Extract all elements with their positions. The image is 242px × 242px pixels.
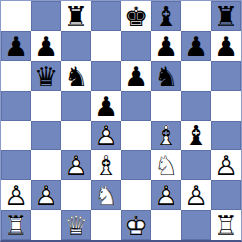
- white-queen-glyph-fill: ♛: [61, 212, 91, 239]
- piece-black-queen[interactable]: ♛: [31, 61, 61, 91]
- square-h6[interactable]: [211, 61, 241, 91]
- square-c6[interactable]: ♞: [61, 61, 91, 91]
- black-pawn-glyph: ♟: [91, 92, 121, 119]
- piece-white-pawn[interactable]: ♟♙: [91, 121, 121, 151]
- white-pawn-glyph-fill: ♟: [31, 182, 61, 209]
- square-h2[interactable]: [211, 180, 241, 210]
- piece-black-rook[interactable]: ♜: [61, 1, 91, 31]
- square-h4[interactable]: [211, 121, 241, 151]
- square-a6[interactable]: [1, 61, 31, 91]
- square-d2[interactable]: ♞♘: [91, 180, 121, 210]
- white-knight-glyph-fill: ♞: [91, 182, 121, 209]
- piece-black-pawn[interactable]: ♟: [211, 31, 241, 61]
- square-h1[interactable]: ♜♖: [211, 210, 241, 240]
- piece-black-king[interactable]: ♚: [121, 1, 151, 31]
- square-d1[interactable]: [91, 210, 121, 240]
- white-pawn-glyph-fill: ♟: [211, 152, 241, 179]
- square-c4[interactable]: [61, 121, 91, 151]
- black-rook-glyph: ♜: [61, 2, 91, 29]
- square-f7[interactable]: ♟: [151, 31, 181, 61]
- black-pawn-glyph: ♟: [1, 32, 31, 59]
- square-c2[interactable]: [61, 180, 91, 210]
- black-queen-glyph: ♛: [31, 62, 61, 89]
- square-b1[interactable]: [31, 210, 61, 240]
- square-b3[interactable]: [31, 150, 61, 180]
- square-e6[interactable]: ♟: [121, 61, 151, 91]
- black-pawn-glyph: ♟: [121, 62, 151, 89]
- square-a2[interactable]: ♟♙: [1, 180, 31, 210]
- piece-black-knight[interactable]: ♞: [151, 61, 181, 91]
- square-f2[interactable]: ♟♙: [151, 180, 181, 210]
- black-pawn-glyph: ♟: [31, 32, 61, 59]
- black-rook-glyph: ♜: [211, 2, 241, 29]
- square-c8[interactable]: ♜: [61, 1, 91, 31]
- white-rook-glyph-outline: ♖: [211, 212, 241, 239]
- white-king-glyph-outline: ♔: [121, 212, 151, 239]
- square-e2[interactable]: [121, 180, 151, 210]
- square-b2[interactable]: ♟♙: [31, 180, 61, 210]
- piece-black-knight[interactable]: ♞: [61, 61, 91, 91]
- square-g8[interactable]: [181, 1, 211, 31]
- piece-white-pawn[interactable]: ♟♙: [211, 150, 241, 180]
- square-f8[interactable]: ♝: [151, 1, 181, 31]
- square-d8[interactable]: [91, 1, 121, 31]
- black-pawn-glyph: ♟: [211, 32, 241, 59]
- square-a3[interactable]: [1, 150, 31, 180]
- square-d4[interactable]: ♟♙: [91, 121, 121, 151]
- white-pawn-glyph-outline: ♙: [211, 152, 241, 179]
- square-h5[interactable]: [211, 91, 241, 121]
- piece-black-pawn[interactable]: ♟: [1, 31, 31, 61]
- square-e7[interactable]: [121, 31, 151, 61]
- square-f6[interactable]: ♞: [151, 61, 181, 91]
- piece-white-pawn[interactable]: ♟♙: [31, 180, 61, 210]
- white-pawn-glyph-fill: ♟: [181, 182, 211, 209]
- square-e8[interactable]: ♚: [121, 1, 151, 31]
- white-king-glyph-fill: ♚: [121, 212, 151, 239]
- chess-board: ♜♚♝♜♟♟♟♟♟♛♞♟♞♟♟♙♝♗♝♟♙♝♗♞♘♟♙♟♙♟♙♞♘♟♙♟♙♜♖♛…: [0, 0, 242, 242]
- white-knight-glyph-outline: ♘: [151, 152, 181, 179]
- white-pawn-glyph-fill: ♟: [1, 182, 31, 209]
- square-a4[interactable]: [1, 121, 31, 151]
- square-a1[interactable]: ♜♖: [1, 210, 31, 240]
- white-pawn-glyph-fill: ♟: [91, 122, 121, 149]
- square-g7[interactable]: ♟: [181, 31, 211, 61]
- square-c1[interactable]: ♛♕: [61, 210, 91, 240]
- black-pawn-glyph: ♟: [181, 32, 211, 59]
- piece-white-pawn[interactable]: ♟♙: [61, 150, 91, 180]
- square-g3[interactable]: [181, 150, 211, 180]
- square-b4[interactable]: [31, 121, 61, 151]
- black-pawn-glyph: ♟: [151, 32, 181, 59]
- chess-board-container: ♜♚♝♜♟♟♟♟♟♛♞♟♞♟♟♙♝♗♝♟♙♝♗♞♘♟♙♟♙♟♙♞♘♟♙♟♙♜♖♛…: [0, 0, 242, 242]
- white-queen-glyph-outline: ♕: [61, 212, 91, 239]
- square-f4[interactable]: ♝♗: [151, 121, 181, 151]
- piece-black-pawn[interactable]: ♟: [181, 31, 211, 61]
- square-h7[interactable]: ♟: [211, 31, 241, 61]
- white-pawn-glyph-fill: ♟: [151, 182, 181, 209]
- square-d5[interactable]: ♟: [91, 91, 121, 121]
- piece-black-bishop[interactable]: ♝: [181, 121, 211, 151]
- black-bishop-glyph: ♝: [181, 122, 211, 149]
- square-a7[interactable]: ♟: [1, 31, 31, 61]
- square-g1[interactable]: [181, 210, 211, 240]
- square-b6[interactable]: ♛: [31, 61, 61, 91]
- square-b7[interactable]: ♟: [31, 31, 61, 61]
- white-bishop-glyph-outline: ♗: [91, 152, 121, 179]
- white-pawn-glyph-outline: ♙: [151, 182, 181, 209]
- piece-black-bishop[interactable]: ♝: [151, 1, 181, 31]
- square-g4[interactable]: ♝: [181, 121, 211, 151]
- square-c3[interactable]: ♟♙: [61, 150, 91, 180]
- white-rook-glyph-outline: ♖: [1, 212, 31, 239]
- white-pawn-glyph-outline: ♙: [91, 122, 121, 149]
- square-h3[interactable]: ♟♙: [211, 150, 241, 180]
- piece-black-pawn[interactable]: ♟: [31, 31, 61, 61]
- white-pawn-glyph-outline: ♙: [61, 152, 91, 179]
- square-e4[interactable]: [121, 121, 151, 151]
- piece-white-bishop[interactable]: ♝♗: [91, 150, 121, 180]
- piece-white-bishop[interactable]: ♝♗: [151, 121, 181, 151]
- piece-black-pawn[interactable]: ♟: [151, 31, 181, 61]
- white-bishop-glyph-fill: ♝: [151, 122, 181, 149]
- piece-white-pawn[interactable]: ♟♙: [151, 180, 181, 210]
- square-e3[interactable]: [121, 150, 151, 180]
- piece-white-rook[interactable]: ♜♖: [1, 210, 31, 240]
- piece-white-king[interactable]: ♚♔: [121, 210, 151, 240]
- black-knight-glyph: ♞: [151, 62, 181, 89]
- white-pawn-glyph-outline: ♙: [1, 182, 31, 209]
- piece-white-queen[interactable]: ♛♕: [61, 210, 91, 240]
- square-e5[interactable]: [121, 91, 151, 121]
- piece-black-pawn[interactable]: ♟: [121, 61, 151, 91]
- square-a8[interactable]: [1, 1, 31, 31]
- black-bishop-glyph: ♝: [151, 2, 181, 29]
- black-knight-glyph: ♞: [61, 62, 91, 89]
- piece-black-pawn[interactable]: ♟: [91, 91, 121, 121]
- white-rook-glyph-fill: ♜: [1, 212, 31, 239]
- square-b8[interactable]: [31, 1, 61, 31]
- square-d7[interactable]: [91, 31, 121, 61]
- square-c5[interactable]: [61, 91, 91, 121]
- square-b5[interactable]: [31, 91, 61, 121]
- square-g5[interactable]: [181, 91, 211, 121]
- square-d3[interactable]: ♝♗: [91, 150, 121, 180]
- square-e1[interactable]: ♚♔: [121, 210, 151, 240]
- white-bishop-glyph-fill: ♝: [91, 152, 121, 179]
- white-rook-glyph-fill: ♜: [211, 212, 241, 239]
- piece-white-rook[interactable]: ♜♖: [211, 210, 241, 240]
- square-f5[interactable]: [151, 91, 181, 121]
- square-f3[interactable]: ♞♘: [151, 150, 181, 180]
- white-bishop-glyph-outline: ♗: [151, 122, 181, 149]
- piece-white-pawn[interactable]: ♟♙: [181, 180, 211, 210]
- square-f1[interactable]: [151, 210, 181, 240]
- piece-white-knight[interactable]: ♞♘: [91, 180, 121, 210]
- square-a5[interactable]: [1, 91, 31, 121]
- black-king-glyph: ♚: [121, 2, 151, 29]
- square-c7[interactable]: [61, 31, 91, 61]
- piece-black-rook[interactable]: ♜: [211, 1, 241, 31]
- white-knight-glyph-outline: ♘: [91, 182, 121, 209]
- square-d6[interactable]: [91, 61, 121, 91]
- white-pawn-glyph-fill: ♟: [61, 152, 91, 179]
- piece-white-knight[interactable]: ♞♘: [151, 150, 181, 180]
- white-knight-glyph-fill: ♞: [151, 152, 181, 179]
- white-pawn-glyph-outline: ♙: [31, 182, 61, 209]
- square-g6[interactable]: [181, 61, 211, 91]
- piece-white-pawn[interactable]: ♟♙: [1, 180, 31, 210]
- square-g2[interactable]: ♟♙: [181, 180, 211, 210]
- white-pawn-glyph-outline: ♙: [181, 182, 211, 209]
- square-h8[interactable]: ♜: [211, 1, 241, 31]
